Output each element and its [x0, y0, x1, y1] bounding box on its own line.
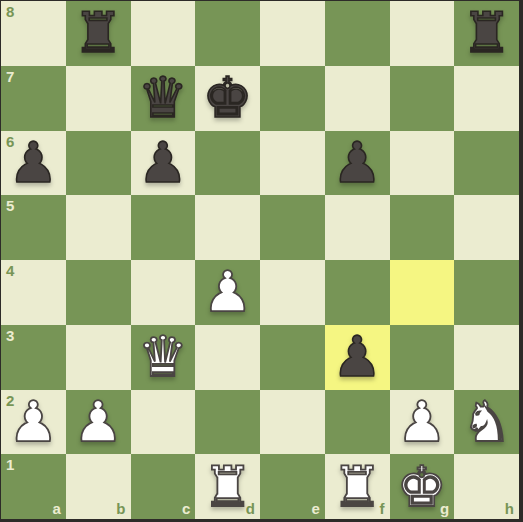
square-c5[interactable]	[131, 195, 196, 260]
square-f6[interactable]: ♟	[325, 131, 390, 196]
square-c7[interactable]: ♛	[131, 66, 196, 131]
square-d1[interactable]: d♜	[195, 454, 260, 519]
square-b1[interactable]: b	[66, 454, 131, 519]
rank-label-3: 3	[6, 327, 14, 344]
square-g6[interactable]	[390, 131, 455, 196]
square-b6[interactable]	[66, 131, 131, 196]
black-king[interactable]: ♚	[195, 66, 260, 131]
square-h1[interactable]: h	[454, 454, 519, 519]
square-g3[interactable]	[390, 325, 455, 390]
square-c6[interactable]: ♟	[131, 131, 196, 196]
white-pawn[interactable]: ♟	[1, 390, 66, 455]
square-f5[interactable]	[325, 195, 390, 260]
square-e1[interactable]: e	[260, 454, 325, 519]
white-queen[interactable]: ♛	[131, 325, 196, 390]
square-e7[interactable]	[260, 66, 325, 131]
white-pawn[interactable]: ♟	[390, 390, 455, 455]
square-b7[interactable]	[66, 66, 131, 131]
square-h3[interactable]	[454, 325, 519, 390]
square-b8[interactable]: ♜	[66, 1, 131, 66]
black-pawn[interactable]: ♟	[1, 131, 66, 196]
square-a2[interactable]: 2♟	[1, 390, 66, 455]
square-f8[interactable]	[325, 1, 390, 66]
file-label-h: h	[505, 500, 514, 517]
square-d5[interactable]	[195, 195, 260, 260]
square-h2[interactable]: ♞	[454, 390, 519, 455]
white-pawn[interactable]: ♟	[66, 390, 131, 455]
rank-label-7: 7	[6, 68, 14, 85]
square-h5[interactable]	[454, 195, 519, 260]
square-a4[interactable]: 4	[1, 260, 66, 325]
square-f1[interactable]: f♜	[325, 454, 390, 519]
square-a5[interactable]: 5	[1, 195, 66, 260]
square-e3[interactable]	[260, 325, 325, 390]
square-h4[interactable]	[454, 260, 519, 325]
black-rook[interactable]: ♜	[454, 1, 519, 66]
black-pawn[interactable]: ♟	[131, 131, 196, 196]
black-pawn[interactable]: ♟	[325, 131, 390, 196]
square-c2[interactable]	[131, 390, 196, 455]
rank-label-4: 4	[6, 262, 14, 279]
rank-label-8: 8	[6, 3, 14, 20]
square-h7[interactable]	[454, 66, 519, 131]
file-label-a: a	[52, 500, 60, 517]
square-h8[interactable]: ♜	[454, 1, 519, 66]
file-label-b: b	[116, 500, 125, 517]
white-rook[interactable]: ♜	[325, 454, 390, 519]
square-g4[interactable]	[390, 260, 455, 325]
white-rook[interactable]: ♜	[195, 454, 260, 519]
square-d6[interactable]	[195, 131, 260, 196]
square-b5[interactable]	[66, 195, 131, 260]
square-a1[interactable]: 1a	[1, 454, 66, 519]
square-g5[interactable]	[390, 195, 455, 260]
square-b2[interactable]: ♟	[66, 390, 131, 455]
file-label-c: c	[182, 500, 190, 517]
rank-label-1: 1	[6, 456, 14, 473]
square-f3[interactable]: ♟	[325, 325, 390, 390]
square-d8[interactable]	[195, 1, 260, 66]
chess-board: 8♜♜7♛♚6♟♟♟54♟3♛♟2♟♟♟♞1abcd♜ef♜g♚h	[1, 1, 519, 519]
chess-board-frame: 8♜♜7♛♚6♟♟♟54♟3♛♟2♟♟♟♞1abcd♜ef♜g♚h	[0, 0, 523, 522]
square-f7[interactable]	[325, 66, 390, 131]
square-e4[interactable]	[260, 260, 325, 325]
square-g7[interactable]	[390, 66, 455, 131]
square-b3[interactable]	[66, 325, 131, 390]
white-king[interactable]: ♚	[390, 454, 455, 519]
square-a7[interactable]: 7	[1, 66, 66, 131]
file-label-e: e	[311, 500, 319, 517]
square-d2[interactable]	[195, 390, 260, 455]
rank-label-5: 5	[6, 197, 14, 214]
square-d3[interactable]	[195, 325, 260, 390]
square-d4[interactable]: ♟	[195, 260, 260, 325]
square-c1[interactable]: c	[131, 454, 196, 519]
square-e6[interactable]	[260, 131, 325, 196]
square-b4[interactable]	[66, 260, 131, 325]
square-h6[interactable]	[454, 131, 519, 196]
square-c4[interactable]	[131, 260, 196, 325]
square-c3[interactable]: ♛	[131, 325, 196, 390]
white-knight[interactable]: ♞	[454, 390, 519, 455]
square-g2[interactable]: ♟	[390, 390, 455, 455]
white-pawn[interactable]: ♟	[195, 260, 260, 325]
square-a3[interactable]: 3	[1, 325, 66, 390]
square-d7[interactable]: ♚	[195, 66, 260, 131]
square-f4[interactable]	[325, 260, 390, 325]
square-f2[interactable]	[325, 390, 390, 455]
square-a6[interactable]: 6♟	[1, 131, 66, 196]
square-e2[interactable]	[260, 390, 325, 455]
square-g8[interactable]	[390, 1, 455, 66]
square-e8[interactable]	[260, 1, 325, 66]
black-queen[interactable]: ♛	[131, 66, 196, 131]
black-rook[interactable]: ♜	[66, 1, 131, 66]
square-g1[interactable]: g♚	[390, 454, 455, 519]
square-e5[interactable]	[260, 195, 325, 260]
black-pawn[interactable]: ♟	[325, 325, 390, 390]
square-c8[interactable]	[131, 1, 196, 66]
square-a8[interactable]: 8	[1, 1, 66, 66]
